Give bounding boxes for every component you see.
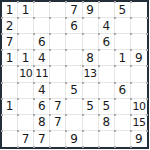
cell-r3c7: 6 <box>99 34 115 50</box>
cell-r7c7: 5 <box>99 99 115 115</box>
cell-r2c8[interactable] <box>115 18 131 34</box>
cell-r4c9: 9 <box>131 50 147 66</box>
cell-r1c7[interactable] <box>99 2 115 18</box>
cell-r2c2[interactable] <box>18 18 34 34</box>
clue-number: 8 <box>102 116 110 128</box>
cell-r6c1[interactable] <box>2 83 18 99</box>
clue-number: 1 <box>6 52 14 64</box>
cell-r4c5[interactable] <box>66 50 82 66</box>
clue-number: 11 <box>35 68 48 79</box>
cell-r5c9[interactable] <box>131 66 147 82</box>
clue-number: 15 <box>132 117 145 128</box>
cell-r4c7[interactable] <box>99 50 115 66</box>
cell-r3c4[interactable] <box>50 34 66 50</box>
cell-r6c7[interactable] <box>99 83 115 99</box>
cell-r2c5: 6 <box>66 18 82 34</box>
cell-r9c1[interactable] <box>2 131 18 147</box>
cell-r8c3: 8 <box>34 115 50 131</box>
clue-number: 1 <box>119 52 127 64</box>
cell-r9c7[interactable] <box>99 131 115 147</box>
cell-r1c2: 1 <box>18 2 34 18</box>
cell-r9c5: 9 <box>66 131 82 147</box>
clue-number: 8 <box>38 116 46 128</box>
cell-r4c4[interactable] <box>50 50 66 66</box>
clue-number: 7 <box>54 100 62 112</box>
cell-r3c3: 6 <box>34 34 50 50</box>
cell-r1c9[interactable] <box>131 2 147 18</box>
fillomino-board: 1179526476611481910111345616755108781577… <box>0 0 149 149</box>
cell-r8c2[interactable] <box>18 115 34 131</box>
cell-r9c8[interactable] <box>115 131 131 147</box>
clue-number: 10 <box>19 68 32 79</box>
cell-r8c9: 15 <box>131 115 147 131</box>
cell-r4c6: 8 <box>83 50 99 66</box>
cell-r6c2[interactable] <box>18 83 34 99</box>
cell-r5c7[interactable] <box>99 66 115 82</box>
clue-number: 8 <box>86 52 94 64</box>
cell-r5c6: 13 <box>83 66 99 82</box>
cell-r7c5[interactable] <box>66 99 82 115</box>
puzzle-stage: 1179526476611481910111345616755108781577… <box>0 0 150 150</box>
cell-r8c5[interactable] <box>66 115 82 131</box>
clue-number: 1 <box>22 4 30 16</box>
clue-number: 6 <box>102 36 110 48</box>
clue-number: 1 <box>22 52 30 64</box>
cell-r6c5: 5 <box>66 83 82 99</box>
cell-r4c1: 1 <box>2 50 18 66</box>
cell-r6c8: 6 <box>115 83 131 99</box>
cell-r3c1: 7 <box>2 34 18 50</box>
clue-number: 5 <box>70 84 78 96</box>
cell-r8c1[interactable] <box>2 115 18 131</box>
clue-number: 9 <box>135 52 143 64</box>
cell-r7c6: 5 <box>83 99 99 115</box>
cell-r1c5: 7 <box>66 2 82 18</box>
cell-r8c4: 7 <box>50 115 66 131</box>
cell-r6c4[interactable] <box>50 83 66 99</box>
cell-r6c6[interactable] <box>83 83 99 99</box>
cell-r7c1: 1 <box>2 99 18 115</box>
cell-r3c6[interactable] <box>83 34 99 50</box>
cell-r3c5[interactable] <box>66 34 82 50</box>
clue-number: 13 <box>84 68 97 79</box>
clue-number: 9 <box>86 4 94 16</box>
clue-number: 9 <box>135 133 143 145</box>
cell-r4c8: 1 <box>115 50 131 66</box>
cell-r7c9: 10 <box>131 99 147 115</box>
clue-number: 6 <box>70 20 78 32</box>
cell-r5c1[interactable] <box>2 66 18 82</box>
cell-r3c2[interactable] <box>18 34 34 50</box>
cell-r8c6[interactable] <box>83 115 99 131</box>
clue-number: 5 <box>86 100 94 112</box>
cell-r9c6[interactable] <box>83 131 99 147</box>
cell-r1c3[interactable] <box>34 2 50 18</box>
cell-r2c7: 4 <box>99 18 115 34</box>
cell-r7c4: 7 <box>50 99 66 115</box>
clue-number: 5 <box>102 100 110 112</box>
cell-r5c8[interactable] <box>115 66 131 82</box>
cell-r3c9[interactable] <box>131 34 147 50</box>
cell-r1c8: 5 <box>115 2 131 18</box>
cell-r2c3[interactable] <box>34 18 50 34</box>
cell-r8c8[interactable] <box>115 115 131 131</box>
cell-r4c3: 4 <box>34 50 50 66</box>
cell-r5c2: 10 <box>18 66 34 82</box>
clue-number: 7 <box>38 133 46 145</box>
cell-r9c3: 7 <box>34 131 50 147</box>
clue-number: 7 <box>22 133 30 145</box>
cell-r2c1: 2 <box>2 18 18 34</box>
cell-r2c9[interactable] <box>131 18 147 34</box>
cell-r8c7: 8 <box>99 115 115 131</box>
cell-r1c6: 9 <box>83 2 99 18</box>
cell-r2c4[interactable] <box>50 18 66 34</box>
clue-number: 5 <box>119 4 127 16</box>
clue-number: 4 <box>102 20 110 32</box>
cell-r5c4[interactable] <box>50 66 66 82</box>
clue-number: 6 <box>38 100 46 112</box>
clue-number: 1 <box>6 4 14 16</box>
clue-number: 9 <box>70 133 78 145</box>
cell-r7c3: 6 <box>34 99 50 115</box>
clue-number: 6 <box>119 84 127 96</box>
cell-r6c9[interactable] <box>131 83 147 99</box>
clue-number: 4 <box>38 84 46 96</box>
cell-r7c2[interactable] <box>18 99 34 115</box>
cell-r6c3: 4 <box>34 83 50 99</box>
clue-number: 4 <box>38 52 46 64</box>
cell-r5c3: 11 <box>34 66 50 82</box>
cell-r1c4[interactable] <box>50 2 66 18</box>
cell-r9c9: 9 <box>131 131 147 147</box>
cell-r2c6[interactable] <box>83 18 99 34</box>
clue-number: 7 <box>6 36 14 48</box>
cell-r1c1: 1 <box>2 2 18 18</box>
cell-r3c8[interactable] <box>115 34 131 50</box>
clue-number: 10 <box>132 101 145 112</box>
cell-r9c4[interactable] <box>50 131 66 147</box>
clue-number: 1 <box>6 100 14 112</box>
clue-number: 6 <box>38 36 46 48</box>
clue-number: 2 <box>6 20 14 32</box>
cell-r4c2: 1 <box>18 50 34 66</box>
cell-r7c8[interactable] <box>115 99 131 115</box>
cell-r5c5[interactable] <box>66 66 82 82</box>
clue-number: 7 <box>54 116 62 128</box>
cell-r9c2: 7 <box>18 131 34 147</box>
clue-number: 7 <box>70 4 78 16</box>
